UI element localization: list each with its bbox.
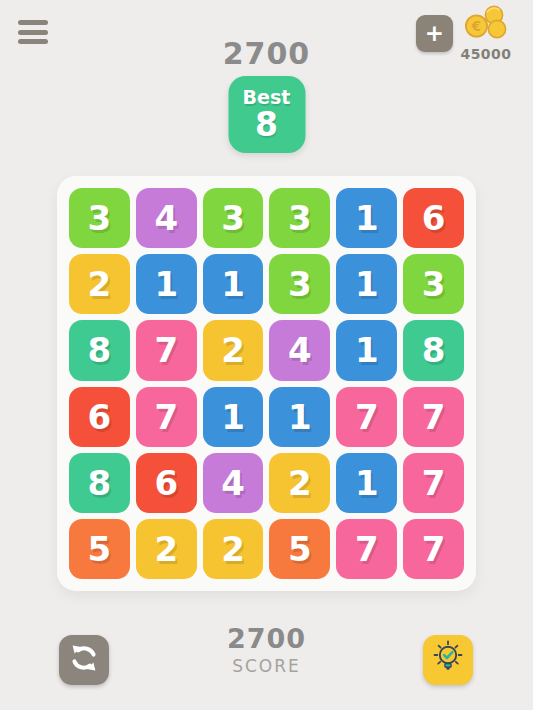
tile-r5c5[interactable]: 1 [336, 453, 397, 513]
tile-r2c5[interactable]: 1 [336, 254, 397, 314]
tile-r3c6[interactable]: 8 [403, 320, 464, 380]
tile-r4c2[interactable]: 7 [136, 387, 197, 447]
coins-count: 45000 [460, 46, 512, 62]
tile-r2c6[interactable]: 3 [403, 254, 464, 314]
tile-r5c6[interactable]: 7 [403, 453, 464, 513]
best-value: 8 [255, 107, 278, 143]
tile-r2c1[interactable]: 2 [69, 254, 130, 314]
tile-r4c4[interactable]: 1 [269, 387, 330, 447]
add-coins-button[interactable]: + [416, 15, 453, 52]
tile-r6c3[interactable]: 2 [203, 519, 264, 579]
tile-r1c6[interactable]: 6 [403, 188, 464, 248]
tile-r5c2[interactable]: 6 [136, 453, 197, 513]
tile-r1c1[interactable]: 3 [69, 188, 130, 248]
tile-r6c1[interactable]: 5 [69, 519, 130, 579]
hamburger-icon [18, 30, 48, 35]
board-grid: 343316211313872418671177864217522577 [57, 176, 476, 591]
tile-r1c3[interactable]: 3 [203, 188, 264, 248]
tile-r6c5[interactable]: 7 [336, 519, 397, 579]
svg-text:€: € [471, 18, 481, 34]
tile-r5c1[interactable]: 8 [69, 453, 130, 513]
tile-r2c2[interactable]: 1 [136, 254, 197, 314]
tile-r4c3[interactable]: 1 [203, 387, 264, 447]
tile-r6c4[interactable]: 5 [269, 519, 330, 579]
lightbulb-icon [430, 640, 466, 680]
tile-r4c6[interactable]: 7 [403, 387, 464, 447]
tile-r6c2[interactable]: 2 [136, 519, 197, 579]
tile-r3c4[interactable]: 4 [269, 320, 330, 380]
tile-r3c1[interactable]: 8 [69, 320, 130, 380]
tile-r2c3[interactable]: 1 [203, 254, 264, 314]
tile-r4c1[interactable]: 6 [69, 387, 130, 447]
tile-r1c2[interactable]: 4 [136, 188, 197, 248]
tile-r1c5[interactable]: 1 [336, 188, 397, 248]
tile-r3c5[interactable]: 1 [336, 320, 397, 380]
best-tile-badge: Best 8 [228, 76, 305, 153]
tile-r4c5[interactable]: 7 [336, 387, 397, 447]
tile-r3c2[interactable]: 7 [136, 320, 197, 380]
hamburger-icon [18, 20, 48, 25]
current-score-top: 2700 [0, 36, 533, 71]
tile-r1c4[interactable]: 3 [269, 188, 330, 248]
tile-r3c3[interactable]: 2 [203, 320, 264, 380]
tile-r5c4[interactable]: 2 [269, 453, 330, 513]
tile-r5c3[interactable]: 4 [203, 453, 264, 513]
best-label: Best [243, 88, 291, 107]
game-screen: 2700 Best 8 + € 45000 343316211313872418… [0, 0, 533, 710]
tile-r2c4[interactable]: 3 [269, 254, 330, 314]
coins-display: € 45000 [460, 5, 512, 62]
tile-r6c6[interactable]: 7 [403, 519, 464, 579]
hint-button[interactable] [423, 635, 473, 685]
plus-icon: + [425, 22, 444, 45]
coins-icon: € [461, 26, 511, 45]
